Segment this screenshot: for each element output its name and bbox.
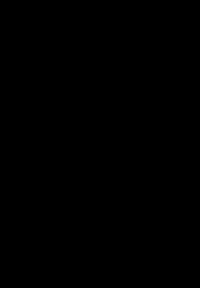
xiangqi-board bbox=[0, 0, 200, 288]
board-grid-lines bbox=[0, 0, 200, 288]
